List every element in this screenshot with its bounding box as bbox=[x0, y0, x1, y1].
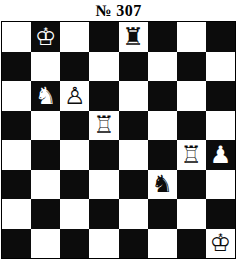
square-c4[interactable] bbox=[60, 140, 89, 170]
square-e8[interactable]: ♜ bbox=[119, 22, 148, 52]
square-g2[interactable] bbox=[177, 199, 206, 229]
square-a1[interactable] bbox=[2, 229, 31, 259]
square-a8[interactable] bbox=[2, 22, 31, 52]
square-e1[interactable] bbox=[119, 229, 148, 259]
square-e3[interactable] bbox=[119, 170, 148, 200]
square-b8[interactable]: ♔ bbox=[31, 22, 60, 52]
square-h4[interactable]: ♟ bbox=[206, 140, 235, 170]
diagram-number: № 307 bbox=[0, 0, 237, 21]
square-c7[interactable] bbox=[60, 52, 89, 82]
square-c5[interactable] bbox=[60, 111, 89, 141]
square-b4[interactable] bbox=[31, 140, 60, 170]
square-f1[interactable] bbox=[148, 229, 177, 259]
square-g4[interactable]: ♖ bbox=[177, 140, 206, 170]
square-h2[interactable] bbox=[206, 199, 235, 229]
square-b1[interactable] bbox=[31, 229, 60, 259]
white-rook-piece: ♖ bbox=[93, 113, 115, 137]
white-knight-piece: ♞ bbox=[35, 84, 57, 108]
square-f2[interactable] bbox=[148, 199, 177, 229]
square-d8[interactable] bbox=[89, 22, 118, 52]
square-c3[interactable] bbox=[60, 170, 89, 200]
square-g1[interactable] bbox=[177, 229, 206, 259]
square-g8[interactable] bbox=[177, 22, 206, 52]
black-king-piece: ♔ bbox=[35, 25, 57, 49]
square-d3[interactable] bbox=[89, 170, 118, 200]
square-h1[interactable]: ♔ bbox=[206, 229, 235, 259]
square-a2[interactable] bbox=[2, 199, 31, 229]
square-c1[interactable] bbox=[60, 229, 89, 259]
square-d2[interactable] bbox=[89, 199, 118, 229]
square-b2[interactable] bbox=[31, 199, 60, 229]
black-knight-piece: ♞ bbox=[151, 172, 173, 196]
chess-board: ♔♜♞♙♖♖♟♞♔ bbox=[1, 21, 236, 259]
square-f8[interactable] bbox=[148, 22, 177, 52]
square-c8[interactable] bbox=[60, 22, 89, 52]
square-e4[interactable] bbox=[119, 140, 148, 170]
square-h6[interactable] bbox=[206, 81, 235, 111]
square-a7[interactable] bbox=[2, 52, 31, 82]
square-h5[interactable] bbox=[206, 111, 235, 141]
white-rook-piece: ♖ bbox=[181, 143, 203, 167]
square-c2[interactable] bbox=[60, 199, 89, 229]
square-e5[interactable] bbox=[119, 111, 148, 141]
square-e2[interactable] bbox=[119, 199, 148, 229]
square-a3[interactable] bbox=[2, 170, 31, 200]
square-a5[interactable] bbox=[2, 111, 31, 141]
square-b5[interactable] bbox=[31, 111, 60, 141]
square-c6[interactable]: ♙ bbox=[60, 81, 89, 111]
square-f7[interactable] bbox=[148, 52, 177, 82]
square-e6[interactable] bbox=[119, 81, 148, 111]
square-d5[interactable]: ♖ bbox=[89, 111, 118, 141]
square-a4[interactable] bbox=[2, 140, 31, 170]
square-f5[interactable] bbox=[148, 111, 177, 141]
square-d4[interactable] bbox=[89, 140, 118, 170]
square-e7[interactable] bbox=[119, 52, 148, 82]
black-rook-piece: ♜ bbox=[122, 25, 144, 49]
square-h3[interactable] bbox=[206, 170, 235, 200]
white-pawn-piece: ♟ bbox=[210, 143, 232, 167]
square-h8[interactable] bbox=[206, 22, 235, 52]
square-g7[interactable] bbox=[177, 52, 206, 82]
square-d6[interactable] bbox=[89, 81, 118, 111]
square-b3[interactable] bbox=[31, 170, 60, 200]
square-d1[interactable] bbox=[89, 229, 118, 259]
square-g5[interactable] bbox=[177, 111, 206, 141]
square-f3[interactable]: ♞ bbox=[148, 170, 177, 200]
white-pawn-piece: ♙ bbox=[64, 84, 86, 108]
square-f6[interactable] bbox=[148, 81, 177, 111]
square-f4[interactable] bbox=[148, 140, 177, 170]
square-g3[interactable] bbox=[177, 170, 206, 200]
square-d7[interactable] bbox=[89, 52, 118, 82]
square-h7[interactable] bbox=[206, 52, 235, 82]
square-b6[interactable]: ♞ bbox=[31, 81, 60, 111]
square-b7[interactable] bbox=[31, 52, 60, 82]
square-a6[interactable] bbox=[2, 81, 31, 111]
white-king-piece: ♔ bbox=[210, 231, 232, 255]
square-g6[interactable] bbox=[177, 81, 206, 111]
